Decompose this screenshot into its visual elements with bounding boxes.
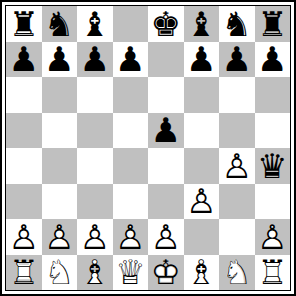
square-c1[interactable]: ♝♗ [77, 255, 113, 291]
square-a5[interactable] [6, 113, 42, 149]
square-a7[interactable]: ♟ [6, 42, 42, 78]
board-border: ♜♞♝♚♝♞♜♟♟♟♟♟♟♟♟♟♙♛♟♙♟♙♟♙♟♙♟♙♟♙♟♙♜♖♞♘♝♗♛♕… [5, 5, 291, 291]
piece-black-bishop: ♝ [77, 6, 113, 42]
square-f1[interactable]: ♝♗ [184, 255, 220, 291]
piece-glyph: ♟ [148, 113, 184, 149]
piece-glyph: ♙ [6, 219, 42, 255]
square-a2[interactable]: ♟♙ [6, 219, 42, 255]
square-f8[interactable]: ♝ [184, 6, 220, 42]
piece-glyph: ♟ [42, 42, 78, 78]
square-e4[interactable] [148, 148, 184, 184]
piece-white-pawn: ♟♙ [255, 219, 291, 255]
square-h7[interactable]: ♟ [255, 42, 291, 78]
square-f2[interactable] [184, 219, 220, 255]
square-e3[interactable] [148, 184, 184, 220]
piece-glyph: ♙ [255, 219, 291, 255]
piece-glyph: ♟ [77, 42, 113, 78]
piece-white-pawn: ♟♙ [77, 219, 113, 255]
piece-white-rook: ♜♖ [6, 255, 42, 291]
square-b7[interactable]: ♟ [42, 42, 78, 78]
square-g4[interactable]: ♟♙ [219, 148, 255, 184]
square-e5[interactable]: ♟ [148, 113, 184, 149]
piece-glyph: ♟ [184, 42, 220, 78]
piece-black-king: ♚ [148, 6, 184, 42]
square-c8[interactable]: ♝ [77, 6, 113, 42]
piece-white-bishop: ♝♗ [184, 255, 220, 291]
piece-glyph: ♗ [77, 255, 113, 291]
square-a6[interactable] [6, 77, 42, 113]
piece-white-king: ♚♔ [148, 255, 184, 291]
piece-black-knight: ♞ [42, 6, 78, 42]
square-c6[interactable] [77, 77, 113, 113]
square-d3[interactable] [113, 184, 149, 220]
piece-glyph: ♝ [77, 6, 113, 42]
square-h3[interactable] [255, 184, 291, 220]
piece-glyph: ♘ [219, 255, 255, 291]
piece-glyph: ♜ [6, 6, 42, 42]
square-c2[interactable]: ♟♙ [77, 219, 113, 255]
piece-black-bishop: ♝ [184, 6, 220, 42]
square-h4[interactable]: ♛ [255, 148, 291, 184]
piece-white-pawn: ♟♙ [42, 219, 78, 255]
piece-white-pawn: ♟♙ [219, 148, 255, 184]
square-b3[interactable] [42, 184, 78, 220]
square-a1[interactable]: ♜♖ [6, 255, 42, 291]
piece-black-rook: ♜ [6, 6, 42, 42]
square-e1[interactable]: ♚♔ [148, 255, 184, 291]
square-h1[interactable]: ♜♖ [255, 255, 291, 291]
piece-glyph: ♗ [184, 255, 220, 291]
square-e2[interactable]: ♟♙ [148, 219, 184, 255]
piece-glyph: ♖ [6, 255, 42, 291]
piece-black-pawn: ♟ [255, 42, 291, 78]
piece-glyph: ♕ [113, 255, 149, 291]
square-a3[interactable] [6, 184, 42, 220]
piece-black-knight: ♞ [219, 6, 255, 42]
square-c4[interactable] [77, 148, 113, 184]
square-b6[interactable] [42, 77, 78, 113]
piece-black-rook: ♜ [255, 6, 291, 42]
square-d8[interactable] [113, 6, 149, 42]
chess-board: ♜♞♝♚♝♞♜♟♟♟♟♟♟♟♟♟♙♛♟♙♟♙♟♙♟♙♟♙♟♙♟♙♜♖♞♘♝♗♛♕… [0, 0, 296, 296]
piece-black-pawn: ♟ [184, 42, 220, 78]
piece-black-pawn: ♟ [113, 42, 149, 78]
piece-black-pawn: ♟ [42, 42, 78, 78]
square-g3[interactable] [219, 184, 255, 220]
piece-white-bishop: ♝♗ [77, 255, 113, 291]
piece-glyph: ♞ [219, 6, 255, 42]
square-a4[interactable] [6, 148, 42, 184]
square-a8[interactable]: ♜ [6, 6, 42, 42]
square-g7[interactable]: ♟ [219, 42, 255, 78]
square-b2[interactable]: ♟♙ [42, 219, 78, 255]
square-g2[interactable] [219, 219, 255, 255]
piece-white-pawn: ♟♙ [6, 219, 42, 255]
board-grid: ♜♞♝♚♝♞♜♟♟♟♟♟♟♟♟♟♙♛♟♙♟♙♟♙♟♙♟♙♟♙♟♙♜♖♞♘♝♗♛♕… [6, 6, 290, 290]
piece-glyph: ♘ [42, 255, 78, 291]
piece-glyph: ♟ [255, 42, 291, 78]
piece-white-pawn: ♟♙ [148, 219, 184, 255]
square-f3[interactable]: ♟♙ [184, 184, 220, 220]
square-d6[interactable] [113, 77, 149, 113]
square-d2[interactable]: ♟♙ [113, 219, 149, 255]
piece-glyph: ♙ [219, 148, 255, 184]
square-g6[interactable] [219, 77, 255, 113]
piece-glyph: ♙ [113, 219, 149, 255]
piece-white-knight: ♞♘ [42, 255, 78, 291]
piece-black-pawn: ♟ [219, 42, 255, 78]
square-b8[interactable]: ♞ [42, 6, 78, 42]
square-e7[interactable] [148, 42, 184, 78]
piece-glyph: ♟ [113, 42, 149, 78]
piece-white-queen: ♛♕ [113, 255, 149, 291]
square-g8[interactable]: ♞ [219, 6, 255, 42]
piece-glyph: ♛ [255, 148, 291, 184]
square-d4[interactable] [113, 148, 149, 184]
piece-glyph: ♙ [42, 219, 78, 255]
square-f4[interactable] [184, 148, 220, 184]
square-b5[interactable] [42, 113, 78, 149]
piece-black-pawn: ♟ [148, 113, 184, 149]
piece-white-rook: ♜♖ [255, 255, 291, 291]
piece-glyph: ♟ [219, 42, 255, 78]
piece-glyph: ♙ [77, 219, 113, 255]
square-d7[interactable]: ♟ [113, 42, 149, 78]
square-c7[interactable]: ♟ [77, 42, 113, 78]
piece-white-pawn: ♟♙ [113, 219, 149, 255]
square-h2[interactable]: ♟♙ [255, 219, 291, 255]
piece-black-queen: ♛ [255, 148, 291, 184]
square-h5[interactable] [255, 113, 291, 149]
square-e8[interactable]: ♚ [148, 6, 184, 42]
square-f5[interactable] [184, 113, 220, 149]
square-h8[interactable]: ♜ [255, 6, 291, 42]
square-f7[interactable]: ♟ [184, 42, 220, 78]
square-h6[interactable] [255, 77, 291, 113]
square-b1[interactable]: ♞♘ [42, 255, 78, 291]
square-d5[interactable] [113, 113, 149, 149]
square-e6[interactable] [148, 77, 184, 113]
square-d1[interactable]: ♛♕ [113, 255, 149, 291]
piece-glyph: ♜ [255, 6, 291, 42]
piece-glyph: ♟ [6, 42, 42, 78]
square-f6[interactable] [184, 77, 220, 113]
piece-glyph: ♚ [148, 6, 184, 42]
piece-glyph: ♞ [42, 6, 78, 42]
piece-black-pawn: ♟ [77, 42, 113, 78]
piece-glyph: ♔ [148, 255, 184, 291]
square-c5[interactable] [77, 113, 113, 149]
piece-glyph: ♝ [184, 6, 220, 42]
square-b4[interactable] [42, 148, 78, 184]
piece-black-pawn: ♟ [6, 42, 42, 78]
piece-white-pawn: ♟♙ [184, 184, 220, 220]
piece-glyph: ♙ [184, 184, 220, 220]
square-g1[interactable]: ♞♘ [219, 255, 255, 291]
square-c3[interactable] [77, 184, 113, 220]
square-g5[interactable] [219, 113, 255, 149]
piece-glyph: ♙ [148, 219, 184, 255]
piece-white-knight: ♞♘ [219, 255, 255, 291]
piece-glyph: ♖ [255, 255, 291, 291]
